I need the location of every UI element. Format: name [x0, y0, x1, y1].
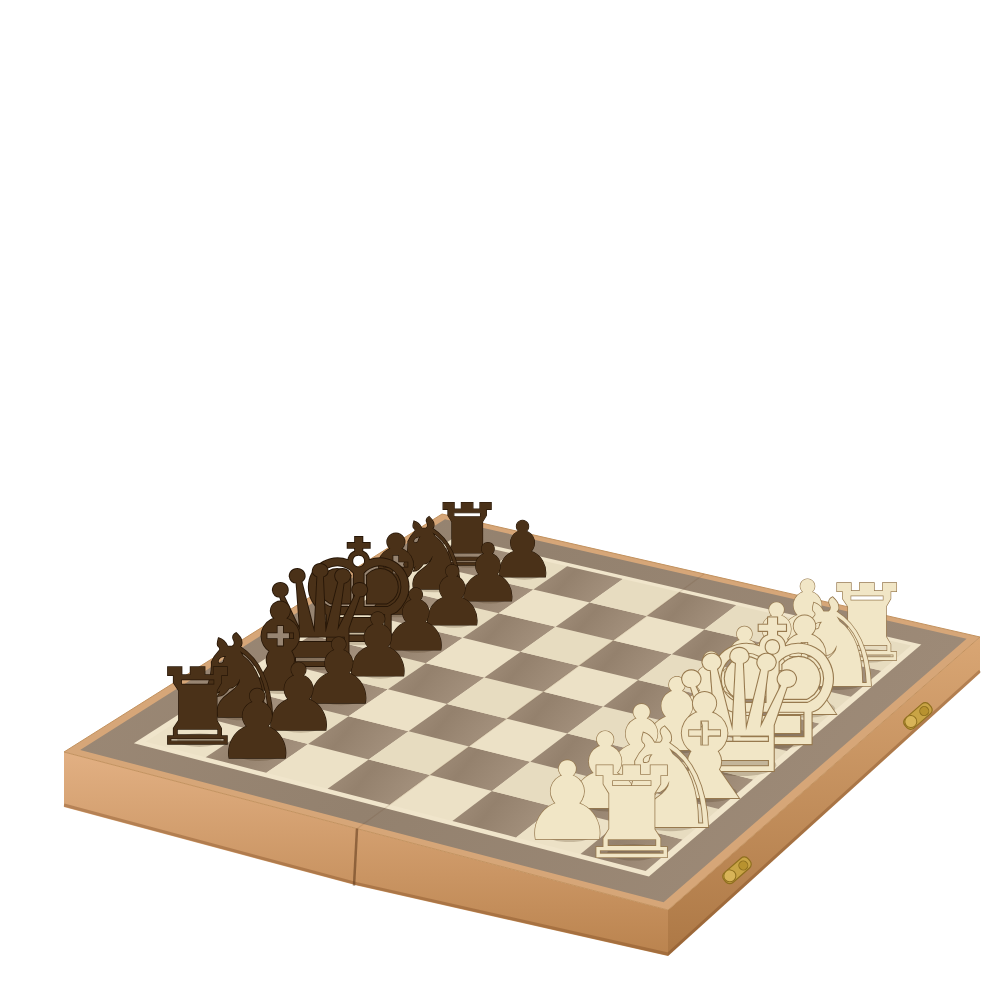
piece-black-pawn-a7: ♟	[214, 670, 299, 780]
product-photo-stage: ♜♟♞♟♝♟♚♟♟♜♛♟♟♞♝♟♟♝♞♟♟♚♜♟♟♛♟♝♟♞♟♜	[0, 0, 1000, 1000]
piece-white-rook-a1: ♜	[576, 740, 689, 887]
chessboard-scene: ♜♟♞♟♝♟♚♟♟♜♛♟♟♞♝♟♟♝♞♟♟♚♜♟♟♛♟♝♟♞♟♜	[0, 0, 1000, 1000]
